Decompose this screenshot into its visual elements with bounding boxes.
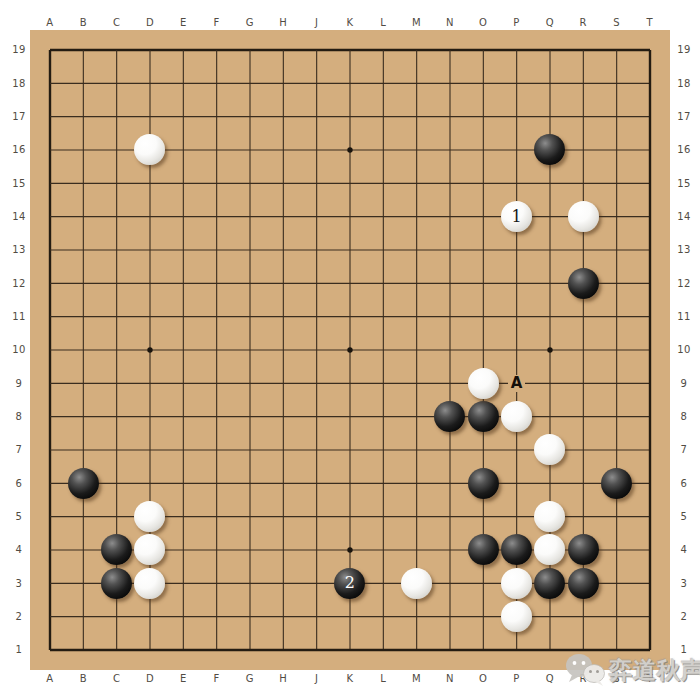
point-O8 [467,400,500,433]
row-label-5: 5 [672,500,696,533]
point-R4 [567,533,600,566]
row-labels-left: 19181716151413121110987654321 [7,33,31,666]
row-label-12: 12 [672,267,696,300]
row-label-6: 6 [7,467,31,500]
col-label-J: J [300,670,333,686]
watermark-text: 弈道秋声 [609,659,700,682]
row-label-13: 13 [672,233,696,266]
row-label-19: 19 [672,33,696,66]
point-P4 [500,533,533,566]
row-label-17: 17 [7,100,31,133]
col-label-D: D [133,14,166,30]
row-label-18: 18 [7,67,31,100]
row-label-8: 8 [672,400,696,433]
stone-black-O8 [468,401,499,432]
point-Q16 [533,133,566,166]
col-label-A: A [33,14,66,30]
column-labels-top: ABCDEFGHJKLMNOPQRST [33,14,666,30]
row-label-11: 11 [672,300,696,333]
row-label-9: 9 [7,367,31,400]
stone-black-K3: 2 [334,568,365,599]
stone-black-S6 [601,468,632,499]
row-label-10: 10 [7,333,31,366]
watermark: 弈道秋声 [564,649,700,691]
stone-white-Q5 [534,501,565,532]
stone-black-C3 [101,568,132,599]
col-label-L: L [367,670,400,686]
col-label-C: C [100,670,133,686]
col-label-O: O [467,670,500,686]
point-R14 [567,200,600,233]
col-label-E: E [167,670,200,686]
row-label-7: 7 [672,433,696,466]
col-label-E: E [167,14,200,30]
stone-black-Q16 [534,134,565,165]
stone-black-R4 [568,534,599,565]
col-label-K: K [333,14,366,30]
move-number-2: 2 [345,575,355,591]
stone-white-Q4 [534,534,565,565]
col-label-T: T [633,14,666,30]
point-D5 [133,500,166,533]
row-label-15: 15 [7,167,31,200]
move-number-1: 1 [511,208,521,224]
col-label-B: B [67,14,100,30]
col-label-F: F [200,14,233,30]
row-label-4: 4 [7,533,31,566]
stone-white-R14 [568,201,599,232]
row-label-14: 14 [672,200,696,233]
col-label-B: B [67,670,100,686]
row-label-18: 18 [672,67,696,100]
stone-white-D4 [134,534,165,565]
stone-white-Q7 [534,434,565,465]
col-label-P: P [500,670,533,686]
point-P9: A [500,367,533,400]
stone-black-N8 [434,401,465,432]
stone-white-D5 [134,501,165,532]
point-P14: 1 [500,200,533,233]
go-board: 21A [30,30,670,670]
point-S6 [600,467,633,500]
point-Q7 [533,433,566,466]
stone-black-C4 [101,534,132,565]
col-label-P: P [500,14,533,30]
board-points: 21A [33,33,666,666]
point-Q4 [533,533,566,566]
stone-black-O6 [468,468,499,499]
point-O6 [467,467,500,500]
stone-white-P3 [501,568,532,599]
row-label-4: 4 [672,533,696,566]
row-label-2: 2 [672,600,696,633]
point-label-A: A [508,375,526,392]
stone-black-B6 [68,468,99,499]
stone-white-M3 [401,568,432,599]
row-label-9: 9 [672,367,696,400]
stone-black-P4 [501,534,532,565]
point-D3 [133,567,166,600]
row-label-16: 16 [7,133,31,166]
row-label-16: 16 [672,133,696,166]
row-label-2: 2 [7,600,31,633]
go-diagram: ABCDEFGHJKLMNOPQRST ABCDEFGHJKLMNOPQRST … [0,0,700,700]
col-label-M: M [400,670,433,686]
col-label-R: R [567,14,600,30]
row-label-8: 8 [7,400,31,433]
row-label-12: 12 [7,267,31,300]
point-P8 [500,400,533,433]
stone-white-D3 [134,568,165,599]
row-labels-right: 19181716151413121110987654321 [672,33,696,666]
point-O9 [467,367,500,400]
point-Q3 [533,567,566,600]
col-label-O: O [467,14,500,30]
point-B6 [67,467,100,500]
stone-black-O4 [468,534,499,565]
row-label-3: 3 [7,567,31,600]
point-C3 [100,567,133,600]
point-D4 [133,533,166,566]
point-D16 [133,133,166,166]
col-label-N: N [433,670,466,686]
row-label-11: 11 [7,300,31,333]
row-label-6: 6 [672,467,696,500]
point-M3 [400,567,433,600]
point-R3 [567,567,600,600]
col-label-L: L [367,14,400,30]
col-label-D: D [133,670,166,686]
col-label-F: F [200,670,233,686]
col-label-J: J [300,14,333,30]
row-label-1: 1 [7,633,31,666]
point-R12 [567,267,600,300]
col-label-G: G [233,670,266,686]
col-label-A: A [33,670,66,686]
stone-white-O9 [468,368,499,399]
stone-white-P2 [501,601,532,632]
col-label-C: C [100,14,133,30]
stone-black-R12 [568,268,599,299]
col-label-Q: Q [533,14,566,30]
point-O4 [467,533,500,566]
point-N8 [433,400,466,433]
stone-white-P8 [501,401,532,432]
row-label-19: 19 [7,33,31,66]
stone-black-Q3 [534,568,565,599]
point-P3 [500,567,533,600]
col-label-H: H [267,670,300,686]
row-label-14: 14 [7,200,31,233]
row-label-5: 5 [7,500,31,533]
stone-black-R3 [568,568,599,599]
wechat-icon [564,651,606,689]
row-label-13: 13 [7,233,31,266]
row-label-17: 17 [672,100,696,133]
row-label-15: 15 [672,167,696,200]
col-label-G: G [233,14,266,30]
row-label-7: 7 [7,433,31,466]
col-label-M: M [400,14,433,30]
point-P2 [500,600,533,633]
stone-white-D16 [134,134,165,165]
col-label-K: K [333,670,366,686]
stone-white-P14: 1 [501,201,532,232]
col-label-H: H [267,14,300,30]
row-label-3: 3 [672,567,696,600]
point-K3: 2 [333,567,366,600]
col-label-S: S [600,14,633,30]
col-label-N: N [433,14,466,30]
col-label-Q: Q [533,670,566,686]
point-Q5 [533,500,566,533]
row-label-10: 10 [672,333,696,366]
point-C4 [100,533,133,566]
